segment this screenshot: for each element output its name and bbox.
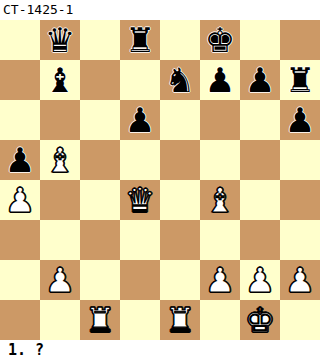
- piece-black-pawn: ♟: [285, 100, 315, 140]
- piece-black-bishop: ♝: [45, 60, 75, 100]
- square-h2[interactable]: ♟: [280, 260, 320, 300]
- square-b1[interactable]: [40, 300, 80, 340]
- square-a8[interactable]: [0, 20, 40, 60]
- square-h3[interactable]: [280, 220, 320, 260]
- square-a4[interactable]: ♟: [0, 180, 40, 220]
- square-a3[interactable]: [0, 220, 40, 260]
- square-d1[interactable]: [120, 300, 160, 340]
- square-b2[interactable]: ♟: [40, 260, 80, 300]
- square-e3[interactable]: [160, 220, 200, 260]
- square-f5[interactable]: [200, 140, 240, 180]
- piece-black-pawn: ♟: [205, 60, 235, 100]
- square-e6[interactable]: [160, 100, 200, 140]
- square-h6[interactable]: ♟: [280, 100, 320, 140]
- square-c8[interactable]: [80, 20, 120, 60]
- square-g3[interactable]: [240, 220, 280, 260]
- square-f4[interactable]: ♝: [200, 180, 240, 220]
- square-c2[interactable]: [80, 260, 120, 300]
- square-d4[interactable]: ♛: [120, 180, 160, 220]
- square-g1[interactable]: ♚: [240, 300, 280, 340]
- square-e8[interactable]: [160, 20, 200, 60]
- puzzle-id: CT-1425-1: [0, 0, 320, 20]
- square-e1[interactable]: ♜: [160, 300, 200, 340]
- square-e4[interactable]: [160, 180, 200, 220]
- square-b8[interactable]: ♛: [40, 20, 80, 60]
- piece-black-knight: ♞: [165, 60, 195, 100]
- square-d2[interactable]: [120, 260, 160, 300]
- square-f6[interactable]: [200, 100, 240, 140]
- square-e2[interactable]: [160, 260, 200, 300]
- piece-white-rook: ♜: [85, 300, 115, 340]
- square-d3[interactable]: [120, 220, 160, 260]
- square-b6[interactable]: [40, 100, 80, 140]
- square-h5[interactable]: [280, 140, 320, 180]
- chess-board: ♛♜♚♝♞♟♟♜♟♟♟♝♟♛♝♟♟♟♟♜♜♚: [0, 20, 320, 340]
- piece-white-rook: ♜: [165, 300, 195, 340]
- square-b3[interactable]: [40, 220, 80, 260]
- square-c3[interactable]: [80, 220, 120, 260]
- square-d6[interactable]: ♟: [120, 100, 160, 140]
- square-f8[interactable]: ♚: [200, 20, 240, 60]
- square-a5[interactable]: ♟: [0, 140, 40, 180]
- square-c5[interactable]: [80, 140, 120, 180]
- square-a1[interactable]: [0, 300, 40, 340]
- piece-black-pawn: ♟: [245, 60, 275, 100]
- square-g2[interactable]: ♟: [240, 260, 280, 300]
- square-b5[interactable]: ♝: [40, 140, 80, 180]
- piece-black-rook: ♜: [285, 60, 315, 100]
- square-f3[interactable]: [200, 220, 240, 260]
- square-a7[interactable]: [0, 60, 40, 100]
- piece-black-pawn: ♟: [5, 140, 35, 180]
- square-g6[interactable]: [240, 100, 280, 140]
- square-b4[interactable]: [40, 180, 80, 220]
- square-f7[interactable]: ♟: [200, 60, 240, 100]
- square-g4[interactable]: [240, 180, 280, 220]
- piece-white-pawn: ♟: [245, 260, 275, 300]
- square-c6[interactable]: [80, 100, 120, 140]
- piece-white-bishop: ♝: [45, 140, 75, 180]
- square-d7[interactable]: [120, 60, 160, 100]
- piece-black-rook: ♜: [125, 20, 155, 60]
- piece-white-bishop: ♝: [205, 180, 235, 220]
- square-g5[interactable]: [240, 140, 280, 180]
- square-c7[interactable]: [80, 60, 120, 100]
- square-g8[interactable]: [240, 20, 280, 60]
- move-prompt: 1. ?: [0, 340, 320, 360]
- square-c1[interactable]: ♜: [80, 300, 120, 340]
- square-h8[interactable]: [280, 20, 320, 60]
- piece-black-pawn: ♟: [125, 100, 155, 140]
- square-c4[interactable]: [80, 180, 120, 220]
- square-d5[interactable]: [120, 140, 160, 180]
- chess-puzzle-window: CT-1425-1 ♛♜♚♝♞♟♟♜♟♟♟♝♟♛♝♟♟♟♟♜♜♚ 1. ?: [0, 0, 320, 360]
- square-g7[interactable]: ♟: [240, 60, 280, 100]
- square-h7[interactable]: ♜: [280, 60, 320, 100]
- piece-white-pawn: ♟: [5, 180, 35, 220]
- square-f2[interactable]: ♟: [200, 260, 240, 300]
- piece-white-pawn: ♟: [205, 260, 235, 300]
- square-e7[interactable]: ♞: [160, 60, 200, 100]
- square-a6[interactable]: [0, 100, 40, 140]
- square-b7[interactable]: ♝: [40, 60, 80, 100]
- square-h1[interactable]: [280, 300, 320, 340]
- square-f1[interactable]: [200, 300, 240, 340]
- piece-white-queen: ♛: [125, 180, 155, 220]
- piece-white-pawn: ♟: [45, 260, 75, 300]
- square-h4[interactable]: [280, 180, 320, 220]
- piece-white-king: ♚: [245, 300, 275, 340]
- square-e5[interactable]: [160, 140, 200, 180]
- piece-black-queen: ♛: [45, 20, 75, 60]
- square-d8[interactable]: ♜: [120, 20, 160, 60]
- square-a2[interactable]: [0, 260, 40, 300]
- piece-black-king: ♚: [205, 20, 235, 60]
- piece-white-pawn: ♟: [285, 260, 315, 300]
